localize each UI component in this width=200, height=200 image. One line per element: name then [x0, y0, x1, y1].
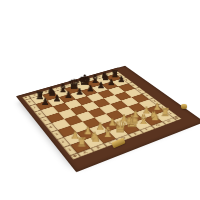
- piece-white-rook[interactable]: ♜: [76, 136, 87, 149]
- coordinate-label: B: [95, 146, 101, 150]
- coordinate-label: F: [144, 128, 149, 131]
- coordinate-label: G: [155, 124, 161, 127]
- piece-white-bishop[interactable]: ♝: [101, 126, 114, 140]
- coordinate-label: 4: [49, 126, 54, 129]
- coordinate-label: H: [166, 120, 172, 123]
- piece-white-rook[interactable]: ♜: [160, 107, 170, 118]
- piece-black-pawn[interactable]: ♟: [118, 76, 125, 84]
- piece-black-pawn[interactable]: ♟: [65, 91, 73, 100]
- piece-black-pawn[interactable]: ♟: [76, 88, 84, 97]
- coordinate-label: 7: [33, 106, 37, 109]
- coordinate-label: 5: [43, 119, 48, 122]
- piece-white-queen[interactable]: ♛: [113, 119, 127, 135]
- brass-pin-icon: [181, 104, 187, 109]
- coordinate-label: 8: [28, 101, 32, 104]
- piece-black-pawn[interactable]: ♟: [53, 95, 61, 104]
- piece-black-pawn[interactable]: ♟: [108, 79, 115, 87]
- coordinate-label: 2: [61, 140, 66, 144]
- coordinate-label: 6: [38, 113, 43, 116]
- piece-black-pawn[interactable]: ♟: [97, 82, 105, 90]
- piece-white-knight[interactable]: ♞: [89, 131, 101, 145]
- coordinate-label: E: [133, 132, 138, 135]
- coordinate-label: 3: [54, 133, 59, 137]
- chess-set-photo: ❖ABCDEFGH❖8♜♞♝♛♚♝♞♜87♟♟♟♟♟♟♟♟7665544332♟…: [0, 0, 200, 200]
- piece-black-pawn[interactable]: ♟: [41, 98, 49, 107]
- piece-white-knight[interactable]: ♞: [149, 110, 160, 123]
- board-wrapper: ❖ABCDEFGH❖8♜♞♝♛♚♝♞♜87♟♟♟♟♟♟♟♟7665544332♟…: [37, 40, 164, 167]
- coordinate-label: ❖: [174, 116, 180, 119]
- coordinate-label: A: [82, 150, 88, 154]
- piece-black-pawn[interactable]: ♟: [87, 85, 95, 93]
- board: ❖ABCDEFGH❖8♜♞♝♛♚♝♞♜87♟♟♟♟♟♟♟♟7665544332♟…: [16, 66, 200, 173]
- coordinate-label: 1: [67, 148, 72, 152]
